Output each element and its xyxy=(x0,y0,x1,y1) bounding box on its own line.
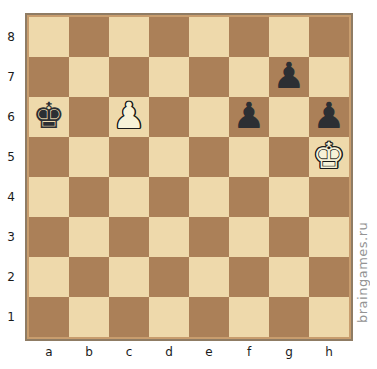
piece-black-pawn[interactable]: ♟ xyxy=(273,58,305,94)
square-d1[interactable] xyxy=(149,297,189,337)
square-f6[interactable]: ♟ xyxy=(229,97,269,137)
rank-label-6: 6 xyxy=(0,97,22,137)
file-label-a: a xyxy=(29,344,69,360)
square-h2[interactable] xyxy=(309,257,349,297)
file-label-e: e xyxy=(189,344,229,360)
file-label-f: f xyxy=(229,344,269,360)
square-g7[interactable]: ♟ xyxy=(269,57,309,97)
rank-labels: 87654321 xyxy=(0,17,22,337)
piece-black-king[interactable]: ♚ xyxy=(33,98,65,134)
square-g3[interactable] xyxy=(269,217,309,257)
square-b1[interactable] xyxy=(69,297,109,337)
rank-label-2: 2 xyxy=(0,257,22,297)
rank-label-5: 5 xyxy=(0,137,22,177)
square-e2[interactable] xyxy=(189,257,229,297)
square-c3[interactable] xyxy=(109,217,149,257)
square-b2[interactable] xyxy=(69,257,109,297)
file-label-c: c xyxy=(109,344,149,360)
square-e5[interactable] xyxy=(189,137,229,177)
square-d6[interactable] xyxy=(149,97,189,137)
board-squares: ♟♚♟♟♟♚ xyxy=(29,17,349,337)
square-e8[interactable] xyxy=(189,17,229,57)
square-a8[interactable] xyxy=(29,17,69,57)
square-g6[interactable] xyxy=(269,97,309,137)
square-b7[interactable] xyxy=(69,57,109,97)
square-d5[interactable] xyxy=(149,137,189,177)
square-f5[interactable] xyxy=(229,137,269,177)
square-h5[interactable]: ♚ xyxy=(309,137,349,177)
file-label-h: h xyxy=(309,344,349,360)
square-a6[interactable]: ♚ xyxy=(29,97,69,137)
rank-label-3: 3 xyxy=(0,217,22,257)
square-f1[interactable] xyxy=(229,297,269,337)
square-c5[interactable] xyxy=(109,137,149,177)
file-labels: abcdefgh xyxy=(29,344,349,360)
chess-board: ♟♚♟♟♟♚ xyxy=(25,13,353,341)
piece-white-pawn[interactable]: ♟ xyxy=(113,98,145,134)
square-b4[interactable] xyxy=(69,177,109,217)
rank-label-4: 4 xyxy=(0,177,22,217)
square-g8[interactable] xyxy=(269,17,309,57)
square-c2[interactable] xyxy=(109,257,149,297)
square-c8[interactable] xyxy=(109,17,149,57)
square-d3[interactable] xyxy=(149,217,189,257)
square-a5[interactable] xyxy=(29,137,69,177)
square-h4[interactable] xyxy=(309,177,349,217)
chess-diagram: 87654321 ♟♚♟♟♟♚ abcdefgh braingames.ru xyxy=(0,0,377,369)
square-b3[interactable] xyxy=(69,217,109,257)
square-g2[interactable] xyxy=(269,257,309,297)
square-h6[interactable]: ♟ xyxy=(309,97,349,137)
square-b8[interactable] xyxy=(69,17,109,57)
square-g1[interactable] xyxy=(269,297,309,337)
file-label-d: d xyxy=(149,344,189,360)
square-e4[interactable] xyxy=(189,177,229,217)
square-f2[interactable] xyxy=(229,257,269,297)
file-label-b: b xyxy=(69,344,109,360)
square-e3[interactable] xyxy=(189,217,229,257)
square-c4[interactable] xyxy=(109,177,149,217)
square-h8[interactable] xyxy=(309,17,349,57)
square-a7[interactable] xyxy=(29,57,69,97)
square-f4[interactable] xyxy=(229,177,269,217)
square-d2[interactable] xyxy=(149,257,189,297)
rank-label-8: 8 xyxy=(0,17,22,57)
square-c1[interactable] xyxy=(109,297,149,337)
square-c6[interactable]: ♟ xyxy=(109,97,149,137)
square-d8[interactable] xyxy=(149,17,189,57)
square-b6[interactable] xyxy=(69,97,109,137)
square-c7[interactable] xyxy=(109,57,149,97)
square-h3[interactable] xyxy=(309,217,349,257)
square-h1[interactable] xyxy=(309,297,349,337)
square-e7[interactable] xyxy=(189,57,229,97)
square-f7[interactable] xyxy=(229,57,269,97)
rank-label-7: 7 xyxy=(0,57,22,97)
file-label-g: g xyxy=(269,344,309,360)
square-b5[interactable] xyxy=(69,137,109,177)
watermark-braingames: braingames.ru xyxy=(352,200,373,345)
square-e1[interactable] xyxy=(189,297,229,337)
square-h7[interactable] xyxy=(309,57,349,97)
square-a2[interactable] xyxy=(29,257,69,297)
square-d7[interactable] xyxy=(149,57,189,97)
square-g5[interactable] xyxy=(269,137,309,177)
square-d4[interactable] xyxy=(149,177,189,217)
square-a3[interactable] xyxy=(29,217,69,257)
piece-black-pawn[interactable]: ♟ xyxy=(313,98,345,134)
square-f3[interactable] xyxy=(229,217,269,257)
square-f8[interactable] xyxy=(229,17,269,57)
square-a1[interactable] xyxy=(29,297,69,337)
rank-label-1: 1 xyxy=(0,297,22,337)
piece-white-king[interactable]: ♚ xyxy=(313,138,345,174)
square-g4[interactable] xyxy=(269,177,309,217)
square-a4[interactable] xyxy=(29,177,69,217)
square-e6[interactable] xyxy=(189,97,229,137)
piece-black-pawn[interactable]: ♟ xyxy=(233,98,265,134)
board-inner-frame: ♟♚♟♟♟♚ xyxy=(27,15,351,339)
